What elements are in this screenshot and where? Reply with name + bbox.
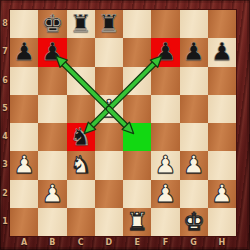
- file-label-C: C: [67, 236, 95, 250]
- square-e8[interactable]: [123, 10, 151, 38]
- square-h5[interactable]: [208, 95, 236, 123]
- piece-black-pawn[interactable]: ♟: [41, 38, 63, 66]
- rank-label-2: 2: [0, 180, 10, 208]
- square-b5[interactable]: [38, 95, 66, 123]
- square-d4[interactable]: [95, 123, 123, 151]
- piece-white-rook[interactable]: ♜: [126, 208, 148, 236]
- square-g4[interactable]: [180, 123, 208, 151]
- piece-white-pawn[interactable]: ♟: [183, 151, 205, 179]
- piece-white-knight[interactable]: ♞: [70, 151, 92, 179]
- square-f7[interactable]: ♟: [151, 38, 179, 66]
- rank-label-8: 8: [0, 10, 10, 38]
- square-g5[interactable]: [180, 95, 208, 123]
- square-e7[interactable]: [123, 38, 151, 66]
- piece-black-pawn[interactable]: ♟: [13, 38, 35, 66]
- square-c1[interactable]: [67, 208, 95, 236]
- square-d2[interactable]: [95, 180, 123, 208]
- piece-white-pawn[interactable]: ♟: [154, 151, 176, 179]
- square-b3[interactable]: [38, 151, 66, 179]
- square-b2[interactable]: ♟: [38, 180, 66, 208]
- square-g7[interactable]: ♟: [180, 38, 208, 66]
- square-e4[interactable]: [123, 123, 151, 151]
- rank-label-1: 1: [0, 208, 10, 236]
- square-b1[interactable]: [38, 208, 66, 236]
- square-f4[interactable]: [151, 123, 179, 151]
- square-a1[interactable]: [10, 208, 38, 236]
- square-b6[interactable]: [38, 67, 66, 95]
- square-c7[interactable]: [67, 38, 95, 66]
- file-label-E: E: [123, 236, 151, 250]
- piece-black-rook[interactable]: ♜: [98, 10, 120, 38]
- square-e2[interactable]: [123, 180, 151, 208]
- square-c4[interactable]: ♞: [67, 123, 95, 151]
- square-h4[interactable]: [208, 123, 236, 151]
- board-frame: ♚♜♜♟♟♟♟♟♝♞♟♞♟♟♟♟♟♜♚ 87654321ABCDEFGH: [0, 0, 250, 250]
- square-h7[interactable]: ♟: [208, 38, 236, 66]
- square-f2[interactable]: ♟: [151, 180, 179, 208]
- file-label-F: F: [151, 236, 179, 250]
- square-c2[interactable]: [67, 180, 95, 208]
- square-d5[interactable]: ♝: [95, 95, 123, 123]
- square-f6[interactable]: [151, 67, 179, 95]
- square-a3[interactable]: ♟: [10, 151, 38, 179]
- square-h1[interactable]: [208, 208, 236, 236]
- file-label-B: B: [38, 236, 66, 250]
- square-c8[interactable]: ♜: [67, 10, 95, 38]
- file-label-G: G: [180, 236, 208, 250]
- square-f8[interactable]: [151, 10, 179, 38]
- square-e1[interactable]: ♜: [123, 208, 151, 236]
- square-b8[interactable]: ♚: [38, 10, 66, 38]
- file-label-D: D: [95, 236, 123, 250]
- square-f3[interactable]: ♟: [151, 151, 179, 179]
- square-a5[interactable]: [10, 95, 38, 123]
- rank-label-5: 5: [0, 95, 10, 123]
- rank-label-4: 4: [0, 123, 10, 151]
- square-a6[interactable]: [10, 67, 38, 95]
- square-d6[interactable]: [95, 67, 123, 95]
- rank-label-3: 3: [0, 151, 10, 179]
- piece-white-king[interactable]: ♚: [183, 208, 205, 236]
- square-a4[interactable]: [10, 123, 38, 151]
- piece-black-knight[interactable]: ♞: [70, 123, 92, 151]
- square-d7[interactable]: [95, 38, 123, 66]
- piece-white-bishop[interactable]: ♝: [98, 95, 120, 123]
- chess-board: ♚♜♜♟♟♟♟♟♝♞♟♞♟♟♟♟♟♜♚: [10, 10, 236, 236]
- piece-white-pawn[interactable]: ♟: [41, 180, 63, 208]
- square-a8[interactable]: [10, 10, 38, 38]
- square-c3[interactable]: ♞: [67, 151, 95, 179]
- square-a7[interactable]: ♟: [10, 38, 38, 66]
- square-h8[interactable]: [208, 10, 236, 38]
- piece-black-king[interactable]: ♚: [41, 10, 63, 38]
- piece-black-pawn[interactable]: ♟: [211, 38, 233, 66]
- piece-white-pawn[interactable]: ♟: [154, 180, 176, 208]
- square-a2[interactable]: [10, 180, 38, 208]
- square-h2[interactable]: ♟: [208, 180, 236, 208]
- square-e6[interactable]: [123, 67, 151, 95]
- piece-black-rook[interactable]: ♜: [70, 10, 92, 38]
- square-g8[interactable]: [180, 10, 208, 38]
- square-d1[interactable]: [95, 208, 123, 236]
- square-g2[interactable]: [180, 180, 208, 208]
- rank-label-6: 6: [0, 67, 10, 95]
- square-d8[interactable]: ♜: [95, 10, 123, 38]
- square-b4[interactable]: [38, 123, 66, 151]
- piece-black-pawn[interactable]: ♟: [154, 38, 176, 66]
- rank-label-7: 7: [0, 38, 10, 66]
- square-f5[interactable]: [151, 95, 179, 123]
- square-h3[interactable]: [208, 151, 236, 179]
- piece-white-pawn[interactable]: ♟: [211, 180, 233, 208]
- square-f1[interactable]: [151, 208, 179, 236]
- square-d3[interactable]: [95, 151, 123, 179]
- file-label-H: H: [208, 236, 236, 250]
- square-h6[interactable]: [208, 67, 236, 95]
- square-e3[interactable]: [123, 151, 151, 179]
- file-label-A: A: [10, 236, 38, 250]
- square-b7[interactable]: ♟: [38, 38, 66, 66]
- square-c6[interactable]: [67, 67, 95, 95]
- square-c5[interactable]: [67, 95, 95, 123]
- square-e5[interactable]: [123, 95, 151, 123]
- piece-black-pawn[interactable]: ♟: [183, 38, 205, 66]
- square-g1[interactable]: ♚: [180, 208, 208, 236]
- square-g3[interactable]: ♟: [180, 151, 208, 179]
- piece-white-pawn[interactable]: ♟: [13, 151, 35, 179]
- square-g6[interactable]: [180, 67, 208, 95]
